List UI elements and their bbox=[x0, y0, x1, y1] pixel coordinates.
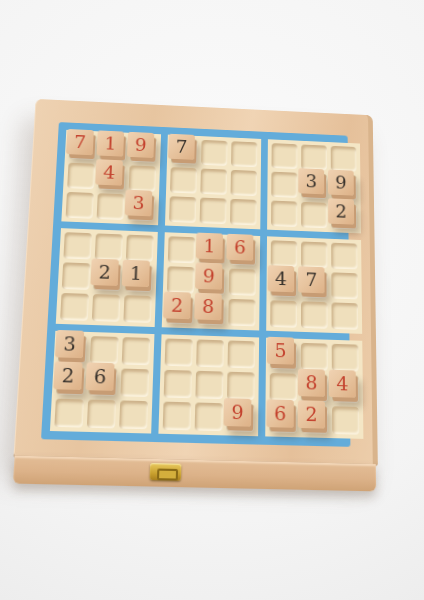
cell-r7c8[interactable] bbox=[301, 343, 328, 371]
cell-r3c2[interactable] bbox=[97, 193, 125, 220]
tile-r4c6-6[interactable]: 6 bbox=[226, 234, 253, 261]
cell-r6c3[interactable] bbox=[123, 295, 151, 323]
cell-r4c4[interactable] bbox=[168, 236, 196, 263]
wooden-frame: 719437392211692847326958462 bbox=[14, 99, 378, 464]
box-3-1: 326 bbox=[50, 331, 155, 434]
cell-r4c5[interactable]: 1 bbox=[199, 237, 226, 264]
cell-r3c5[interactable] bbox=[200, 198, 227, 225]
tile-r1c4-7[interactable]: 7 bbox=[168, 134, 195, 160]
cell-r7c3[interactable] bbox=[122, 337, 151, 365]
cell-r5c7[interactable]: 4 bbox=[270, 270, 297, 297]
cell-r6c1[interactable] bbox=[60, 293, 89, 321]
cell-r4c9[interactable] bbox=[331, 243, 357, 270]
tile-r8c9-4[interactable]: 4 bbox=[329, 370, 356, 398]
cell-r2c8[interactable]: 3 bbox=[301, 173, 327, 199]
cell-r6c6[interactable] bbox=[228, 299, 255, 327]
cell-r4c3[interactable] bbox=[126, 235, 154, 262]
tile-r9c8-2[interactable]: 2 bbox=[298, 400, 325, 428]
tile-r1c2-1[interactable]: 1 bbox=[97, 130, 125, 156]
tile-r1c1-7[interactable]: 7 bbox=[66, 129, 94, 155]
tile-r6c5-8[interactable]: 8 bbox=[194, 293, 222, 321]
cell-r4c7[interactable] bbox=[271, 240, 298, 267]
cell-r7c1[interactable]: 3 bbox=[58, 335, 87, 363]
tile-r2c2-4[interactable]: 4 bbox=[95, 159, 123, 186]
cell-r6c5[interactable]: 8 bbox=[197, 298, 225, 326]
cell-r2c4[interactable] bbox=[170, 167, 197, 193]
cell-r4c8[interactable] bbox=[301, 241, 327, 268]
tile-r7c7-5[interactable]: 5 bbox=[267, 337, 294, 365]
cell-r6c8[interactable] bbox=[301, 301, 328, 328]
cell-r7c9[interactable] bbox=[332, 344, 359, 372]
cell-r9c4[interactable] bbox=[163, 402, 192, 431]
tile-r5c7-4[interactable]: 4 bbox=[268, 265, 295, 292]
cell-r2c3[interactable] bbox=[129, 165, 156, 192]
cell-r5c1[interactable] bbox=[62, 262, 91, 290]
cell-r4c6[interactable]: 6 bbox=[229, 239, 256, 266]
box-3-3: 58462 bbox=[265, 338, 363, 439]
cell-r2c5[interactable] bbox=[200, 168, 227, 194]
cell-r5c6[interactable] bbox=[229, 269, 256, 296]
cell-r8c8[interactable]: 8 bbox=[301, 374, 328, 402]
cell-r9c9[interactable] bbox=[332, 406, 359, 434]
tile-r8c2-6[interactable]: 6 bbox=[85, 362, 114, 391]
cell-r9c8[interactable]: 2 bbox=[301, 405, 328, 433]
cell-r1c2[interactable]: 1 bbox=[99, 135, 127, 161]
cell-r1c6[interactable] bbox=[231, 141, 257, 167]
tile-r9c7-6[interactable]: 6 bbox=[266, 399, 293, 428]
cell-r7c2[interactable] bbox=[90, 336, 119, 364]
cell-r7c5[interactable] bbox=[196, 339, 224, 367]
product-photo-stage: 719437392211692847326958462 bbox=[0, 0, 424, 600]
cell-r3c1[interactable] bbox=[66, 192, 94, 219]
cell-r2c2[interactable]: 4 bbox=[98, 164, 126, 191]
cell-r2c9[interactable]: 9 bbox=[331, 174, 357, 200]
cell-r6c9[interactable] bbox=[331, 302, 358, 329]
cell-r9c6[interactable]: 9 bbox=[226, 403, 254, 432]
cell-r1c9[interactable] bbox=[331, 146, 357, 172]
cell-r5c8[interactable]: 7 bbox=[301, 271, 328, 298]
cell-r1c4[interactable]: 7 bbox=[171, 138, 198, 164]
cell-r9c7[interactable]: 6 bbox=[269, 405, 296, 434]
cell-r5c5[interactable]: 9 bbox=[198, 267, 225, 294]
cell-r1c3[interactable]: 9 bbox=[130, 137, 157, 163]
tile-r9c6-9[interactable]: 9 bbox=[223, 398, 251, 427]
cell-r2c6[interactable] bbox=[231, 170, 258, 196]
cell-r2c1[interactable] bbox=[67, 163, 95, 190]
cell-r9c5[interactable] bbox=[195, 402, 223, 431]
cell-r1c1[interactable]: 7 bbox=[69, 134, 97, 160]
tile-r2c9-9[interactable]: 9 bbox=[328, 170, 354, 196]
cell-r8c9[interactable]: 4 bbox=[332, 375, 359, 403]
tile-r1c3-9[interactable]: 9 bbox=[127, 132, 154, 158]
cell-r3c4[interactable] bbox=[169, 196, 196, 223]
tile-r5c3-1[interactable]: 1 bbox=[122, 260, 150, 287]
box-2-1: 21 bbox=[56, 228, 158, 327]
cell-r6c4[interactable]: 2 bbox=[166, 297, 194, 325]
cell-r8c2[interactable]: 6 bbox=[88, 368, 117, 397]
box-2-2: 16928 bbox=[162, 232, 260, 330]
cell-r1c5[interactable] bbox=[201, 140, 228, 166]
tile-r5c5-9[interactable]: 9 bbox=[195, 262, 222, 289]
cell-r8c5[interactable] bbox=[195, 371, 223, 399]
sudoku-grid: 719437392211692847326958462 bbox=[50, 130, 342, 439]
box-3-2: 9 bbox=[158, 334, 259, 436]
cell-r3c7[interactable] bbox=[271, 201, 297, 228]
cell-r5c3[interactable]: 1 bbox=[125, 265, 153, 292]
cell-r1c7[interactable] bbox=[271, 143, 297, 169]
cell-r7c4[interactable] bbox=[165, 338, 193, 366]
cell-r7c6[interactable] bbox=[228, 340, 256, 368]
cell-r5c9[interactable] bbox=[331, 272, 358, 299]
tile-r3c9-2[interactable]: 2 bbox=[328, 198, 354, 224]
cell-r3c3[interactable]: 3 bbox=[127, 194, 155, 221]
tile-r6c4-2[interactable]: 2 bbox=[163, 292, 191, 320]
cell-r3c8[interactable] bbox=[301, 202, 327, 228]
box-2-3: 47 bbox=[266, 236, 362, 334]
tile-r8c8-8[interactable]: 8 bbox=[298, 369, 325, 397]
board-surface: 719437392211692847326958462 bbox=[41, 122, 350, 447]
cell-r3c6[interactable] bbox=[230, 199, 257, 226]
cell-r8c4[interactable] bbox=[164, 370, 192, 398]
cell-r3c9[interactable]: 2 bbox=[331, 203, 357, 229]
tile-r7c1-3[interactable]: 3 bbox=[55, 330, 84, 358]
cell-r4c1[interactable] bbox=[63, 232, 92, 259]
cell-r8c6[interactable] bbox=[227, 372, 255, 400]
tile-r4c5-1[interactable]: 1 bbox=[196, 233, 223, 260]
tile-r5c8-7[interactable]: 7 bbox=[298, 266, 325, 293]
box-1-1: 71943 bbox=[61, 130, 161, 225]
cell-r6c2[interactable] bbox=[92, 294, 121, 322]
cell-r9c3[interactable] bbox=[119, 400, 148, 429]
cell-r4c2[interactable] bbox=[95, 233, 123, 260]
box-1-3: 392 bbox=[267, 139, 361, 233]
cell-r1c8[interactable] bbox=[301, 144, 327, 170]
gold-clasp-icon[interactable] bbox=[150, 463, 182, 481]
cell-r8c1[interactable]: 2 bbox=[56, 367, 85, 396]
cell-r8c3[interactable] bbox=[120, 369, 149, 398]
cell-r5c4[interactable] bbox=[167, 266, 195, 293]
tile-r3c3-3[interactable]: 3 bbox=[125, 190, 153, 217]
tile-r5c2-2[interactable]: 2 bbox=[90, 259, 118, 286]
cell-r9c2[interactable] bbox=[87, 400, 116, 429]
cell-r6c7[interactable] bbox=[270, 300, 297, 328]
cell-r8c7[interactable] bbox=[270, 373, 297, 401]
cell-r7c7[interactable]: 5 bbox=[270, 342, 297, 370]
tile-r2c8-3[interactable]: 3 bbox=[298, 168, 324, 194]
sudoku-box: 719437392211692847326958462 bbox=[12, 99, 378, 492]
cell-r9c1[interactable] bbox=[54, 399, 84, 428]
cell-r5c2[interactable]: 2 bbox=[93, 264, 121, 292]
box-1-2: 7 bbox=[165, 135, 261, 230]
cell-r2c7[interactable] bbox=[271, 172, 297, 198]
tile-r8c1-2[interactable]: 2 bbox=[53, 361, 82, 390]
